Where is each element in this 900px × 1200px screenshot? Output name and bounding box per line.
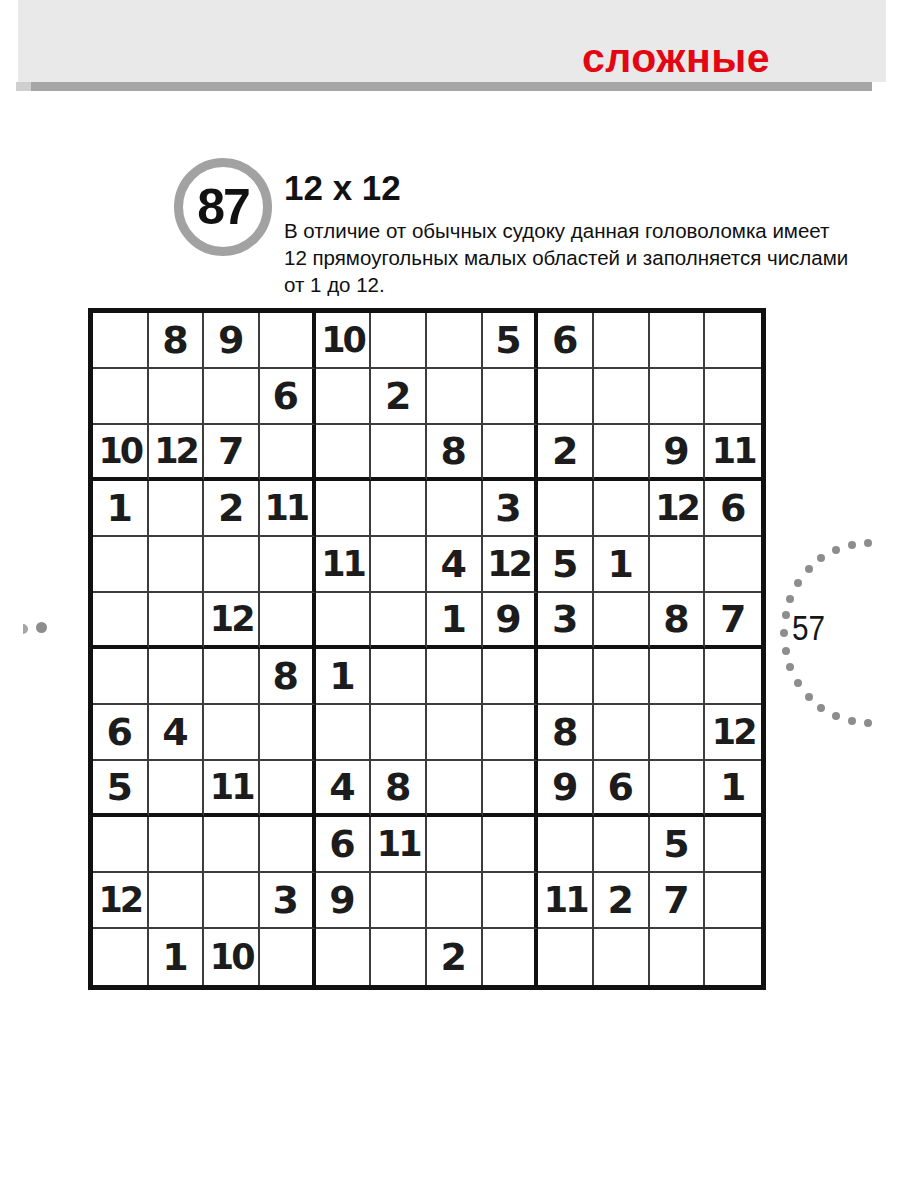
arc-dot	[864, 719, 872, 727]
cell-r1c1[interactable]	[93, 313, 149, 369]
cell-r4c4: 11	[260, 481, 316, 537]
cell-r10c9[interactable]	[538, 817, 594, 873]
cell-r10c6: 11	[371, 817, 427, 873]
arc-dot	[832, 712, 840, 720]
cell-r6c8: 9	[483, 593, 539, 649]
header-rule-cap	[16, 82, 31, 91]
cell-r3c4[interactable]	[260, 425, 316, 481]
cell-r3c1: 10	[93, 425, 149, 481]
cell-r10c11: 5	[650, 817, 706, 873]
cell-r7c1[interactable]	[93, 649, 149, 705]
cell-r8c10[interactable]	[594, 705, 650, 761]
cell-r8c1: 6	[93, 705, 149, 761]
cell-r12c5[interactable]	[316, 929, 372, 985]
cell-r4c6[interactable]	[371, 481, 427, 537]
cell-r3c7: 8	[427, 425, 483, 481]
cell-r4c10[interactable]	[594, 481, 650, 537]
cell-r8c3[interactable]	[204, 705, 260, 761]
arc-dot	[817, 704, 825, 712]
cell-r4c1: 1	[93, 481, 149, 537]
cell-r4c9[interactable]	[538, 481, 594, 537]
cell-r7c4: 8	[260, 649, 316, 705]
cell-r12c11[interactable]	[650, 929, 706, 985]
cell-r1c3: 9	[204, 313, 260, 369]
cell-r2c1[interactable]	[93, 369, 149, 425]
cell-r3c8[interactable]	[483, 425, 539, 481]
cell-r1c8: 5	[483, 313, 539, 369]
cell-r1c4[interactable]	[260, 313, 316, 369]
cell-r6c2[interactable]	[149, 593, 205, 649]
cell-r5c10: 1	[594, 537, 650, 593]
cell-r7c6[interactable]	[371, 649, 427, 705]
cell-r2c10[interactable]	[594, 369, 650, 425]
puzzle-description-line: от 1 до 12.	[284, 271, 848, 298]
cell-r2c7[interactable]	[427, 369, 483, 425]
cell-r2c4: 6	[260, 369, 316, 425]
cell-r2c5[interactable]	[316, 369, 372, 425]
cell-r4c11: 12	[650, 481, 706, 537]
cell-r6c6[interactable]	[371, 593, 427, 649]
cell-r10c7[interactable]	[427, 817, 483, 873]
cell-r2c2[interactable]	[149, 369, 205, 425]
cell-r6c9: 3	[538, 593, 594, 649]
cell-r3c9: 2	[538, 425, 594, 481]
cell-r4c7[interactable]	[427, 481, 483, 537]
cell-r10c4[interactable]	[260, 817, 316, 873]
cell-r8c7[interactable]	[427, 705, 483, 761]
arc-dot	[794, 579, 802, 587]
puzzle-number-badge: 87	[174, 158, 272, 256]
cell-r1c7[interactable]	[427, 313, 483, 369]
cell-r6c5[interactable]	[316, 593, 372, 649]
left-edge-dot	[23, 624, 28, 634]
cell-r3c5[interactable]	[316, 425, 372, 481]
cell-r12c10[interactable]	[594, 929, 650, 985]
cell-r9c1: 5	[93, 761, 149, 817]
cell-r7c3[interactable]	[204, 649, 260, 705]
cell-r8c8[interactable]	[483, 705, 539, 761]
cell-r2c12[interactable]	[705, 369, 761, 425]
cell-r2c8[interactable]	[483, 369, 539, 425]
cell-r1c2: 8	[149, 313, 205, 369]
cell-r9c2[interactable]	[149, 761, 205, 817]
cell-r9c11[interactable]	[650, 761, 706, 817]
cell-r6c11: 8	[650, 593, 706, 649]
cell-r11c4: 3	[260, 873, 316, 929]
cell-r8c11[interactable]	[650, 705, 706, 761]
cell-r12c7: 2	[427, 929, 483, 985]
cell-r12c2: 1	[149, 929, 205, 985]
puzzle-description-line: В отличие от обычных судоку данная голов…	[284, 217, 848, 244]
cell-r3c11: 9	[650, 425, 706, 481]
cell-r10c5: 6	[316, 817, 372, 873]
arc-dot	[805, 693, 813, 701]
cell-r4c5[interactable]	[316, 481, 372, 537]
arc-dot	[805, 565, 813, 573]
cell-r11c9: 11	[538, 873, 594, 929]
arc-dot	[782, 611, 790, 619]
cell-r2c6: 2	[371, 369, 427, 425]
cell-r7c2[interactable]	[149, 649, 205, 705]
cell-r8c5[interactable]	[316, 705, 372, 761]
sudoku-board: 8910566210127829111211312611412511219387…	[88, 308, 766, 990]
cell-r11c3[interactable]	[204, 873, 260, 929]
cell-r6c3: 12	[204, 593, 260, 649]
cell-r10c2[interactable]	[149, 817, 205, 873]
cell-r11c12[interactable]	[705, 873, 761, 929]
arc-dot	[848, 717, 856, 725]
cell-r7c7[interactable]	[427, 649, 483, 705]
cell-r12c3: 10	[204, 929, 260, 985]
cell-r9c12: 1	[705, 761, 761, 817]
cell-r10c12[interactable]	[705, 817, 761, 873]
cell-r5c9: 5	[538, 537, 594, 593]
puzzle-title: 12 x 12	[284, 168, 401, 208]
arc-dot	[782, 647, 790, 655]
cell-r9c7[interactable]	[427, 761, 483, 817]
cell-r11c6[interactable]	[371, 873, 427, 929]
cell-r8c2: 4	[149, 705, 205, 761]
cell-r1c9: 6	[538, 313, 594, 369]
cell-r5c7: 4	[427, 537, 483, 593]
cell-r7c11[interactable]	[650, 649, 706, 705]
cell-r12c6[interactable]	[371, 929, 427, 985]
cell-r7c9[interactable]	[538, 649, 594, 705]
cell-r11c2[interactable]	[149, 873, 205, 929]
arc-dot	[786, 663, 794, 671]
cell-r2c9[interactable]	[538, 369, 594, 425]
cell-r12c12[interactable]	[705, 929, 761, 985]
puzzle-description: В отличие от обычных судоку данная голов…	[284, 217, 848, 298]
cell-r6c1[interactable]	[93, 593, 149, 649]
cell-r4c12: 6	[705, 481, 761, 537]
cell-r3c2: 12	[149, 425, 205, 481]
cell-r9c4[interactable]	[260, 761, 316, 817]
cell-r8c9: 8	[538, 705, 594, 761]
cell-r10c1[interactable]	[93, 817, 149, 873]
arc-dot	[864, 539, 872, 547]
cell-r3c10[interactable]	[594, 425, 650, 481]
cell-r1c11[interactable]	[650, 313, 706, 369]
arc-dot	[786, 595, 794, 603]
cell-r4c2[interactable]	[149, 481, 205, 537]
header-rule	[16, 82, 872, 91]
cell-r7c12[interactable]	[705, 649, 761, 705]
cell-r5c8: 12	[483, 537, 539, 593]
cell-r4c3: 2	[204, 481, 260, 537]
cell-r9c8[interactable]	[483, 761, 539, 817]
arc-dot	[780, 629, 788, 637]
cell-r2c11[interactable]	[650, 369, 706, 425]
cell-r11c7[interactable]	[427, 873, 483, 929]
cell-r3c3: 7	[204, 425, 260, 481]
cell-r10c3[interactable]	[204, 817, 260, 873]
cell-r6c12: 7	[705, 593, 761, 649]
cell-r5c3[interactable]	[204, 537, 260, 593]
cell-r8c12: 12	[705, 705, 761, 761]
cell-r5c4[interactable]	[260, 537, 316, 593]
cell-r6c7: 1	[427, 593, 483, 649]
arc-dot	[832, 546, 840, 554]
cell-r11c5: 9	[316, 873, 372, 929]
cell-r6c10[interactable]	[594, 593, 650, 649]
cell-r12c1[interactable]	[93, 929, 149, 985]
cell-r11c11: 7	[650, 873, 706, 929]
cell-r11c10: 2	[594, 873, 650, 929]
cell-r5c6[interactable]	[371, 537, 427, 593]
section-title: сложные	[582, 38, 770, 79]
page-number: 57	[792, 608, 825, 648]
cell-r1c6[interactable]	[371, 313, 427, 369]
cell-r11c1: 12	[93, 873, 149, 929]
cell-r12c4[interactable]	[260, 929, 316, 985]
cell-r9c6: 8	[371, 761, 427, 817]
cell-r5c11[interactable]	[650, 537, 706, 593]
cell-r9c9: 9	[538, 761, 594, 817]
cell-r9c10: 6	[594, 761, 650, 817]
cell-r3c12: 11	[705, 425, 761, 481]
cell-r12c8[interactable]	[483, 929, 539, 985]
cell-r12c9[interactable]	[538, 929, 594, 985]
cell-r6c4[interactable]	[260, 593, 316, 649]
cell-r10c10[interactable]	[594, 817, 650, 873]
cell-r7c10[interactable]	[594, 649, 650, 705]
cell-r5c5: 11	[316, 537, 372, 593]
cell-r5c12[interactable]	[705, 537, 761, 593]
cell-r1c12[interactable]	[705, 313, 761, 369]
cell-r7c8[interactable]	[483, 649, 539, 705]
cell-r5c1[interactable]	[93, 537, 149, 593]
book-page: сложные 87 12 x 12 В отличие от обычных …	[0, 0, 900, 1200]
cell-r9c5: 4	[316, 761, 372, 817]
cell-r10c8[interactable]	[483, 817, 539, 873]
puzzle-number: 87	[197, 178, 249, 236]
cell-r7c5: 1	[316, 649, 372, 705]
cell-r5c2[interactable]	[149, 537, 205, 593]
arc-dot	[794, 679, 802, 687]
arc-dot	[848, 541, 856, 549]
cell-r9c3: 11	[204, 761, 260, 817]
cell-r1c10[interactable]	[594, 313, 650, 369]
cell-r8c4[interactable]	[260, 705, 316, 761]
arc-dot	[817, 554, 825, 562]
cell-r3c6[interactable]	[371, 425, 427, 481]
cell-r11c8[interactable]	[483, 873, 539, 929]
cell-r1c5: 10	[316, 313, 372, 369]
puzzle-description-line: 12 прямоугольных малых областей и заполн…	[284, 244, 848, 271]
cell-r8c6[interactable]	[371, 705, 427, 761]
page-header: сложные	[18, 0, 886, 82]
cell-r2c3[interactable]	[204, 369, 260, 425]
left-edge-dot	[36, 622, 47, 633]
cell-r4c8: 3	[483, 481, 539, 537]
